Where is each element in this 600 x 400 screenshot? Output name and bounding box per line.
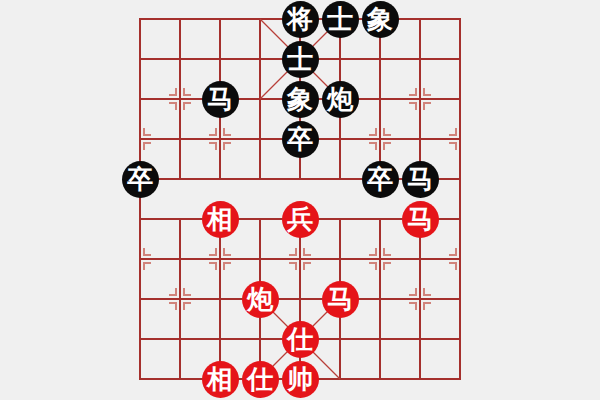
piece-black-advisor[interactable]: 士 [282, 41, 319, 78]
piece-red-cannon[interactable]: 炮 [242, 281, 279, 318]
piece-black-elephant[interactable]: 象 [362, 1, 399, 38]
xiangqi-app: 将士象士马象炮卒卒卒马相兵马炮马仕相仕帅 [0, 0, 600, 400]
piece-red-advisor[interactable]: 仕 [242, 361, 279, 398]
piece-red-general[interactable]: 帅 [282, 361, 319, 398]
piece-black-advisor[interactable]: 士 [322, 1, 359, 38]
piece-red-advisor[interactable]: 仕 [282, 321, 319, 358]
piece-red-soldier[interactable]: 兵 [282, 201, 319, 238]
piece-red-elephant[interactable]: 相 [202, 201, 239, 238]
piece-black-soldier[interactable]: 卒 [362, 161, 399, 198]
piece-black-elephant[interactable]: 象 [282, 81, 319, 118]
piece-black-cannon[interactable]: 炮 [322, 81, 359, 118]
piece-black-horse[interactable]: 马 [402, 161, 439, 198]
piece-black-horse[interactable]: 马 [202, 81, 239, 118]
piece-black-general[interactable]: 将 [282, 1, 319, 38]
xiangqi-board[interactable]: 将士象士马象炮卒卒卒马相兵马炮马仕相仕帅 [0, 0, 600, 400]
piece-black-soldier[interactable]: 卒 [122, 161, 159, 198]
piece-red-elephant[interactable]: 相 [202, 361, 239, 398]
piece-black-soldier[interactable]: 卒 [282, 121, 319, 158]
piece-red-horse[interactable]: 马 [402, 201, 439, 238]
piece-red-horse[interactable]: 马 [322, 281, 359, 318]
